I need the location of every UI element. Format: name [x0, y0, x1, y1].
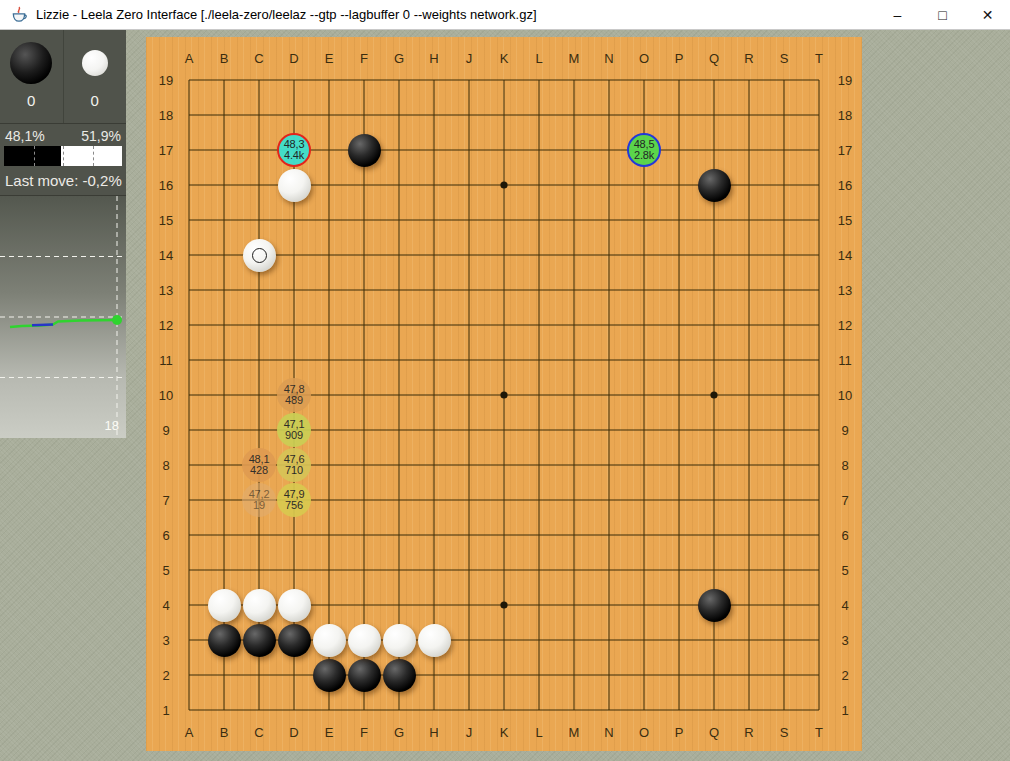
- candidate-move-D17[interactable]: 48,34.4k: [277, 133, 311, 167]
- titlebar: Lizzie - Leela Zero Interface [./leela-z…: [0, 0, 1010, 30]
- col-label-top-K: K: [500, 51, 509, 66]
- winrate-graph[interactable]: 18: [0, 196, 126, 438]
- minimize-button[interactable]: –: [875, 0, 920, 30]
- col-label-bottom-J: J: [466, 725, 473, 740]
- stone-black-Q16: [698, 169, 731, 202]
- winrate-panel: 48,1% 51,9% Last move: -0,2%: [0, 124, 126, 196]
- col-label-top-F: F: [360, 51, 368, 66]
- col-label-top-A: A: [185, 51, 194, 66]
- row-label-left-16: 16: [159, 178, 173, 193]
- capture-panel: 0 0: [0, 30, 126, 124]
- stone-white-C14: [243, 239, 276, 272]
- row-label-left-9: 9: [162, 423, 169, 438]
- row-label-right-19: 19: [838, 73, 852, 88]
- row-label-left-5: 5: [162, 563, 169, 578]
- col-label-top-E: E: [325, 51, 334, 66]
- row-label-left-12: 12: [159, 318, 173, 333]
- candidate-move-C8[interactable]: 48,1428: [242, 448, 276, 482]
- col-label-top-D: D: [289, 51, 298, 66]
- stone-white-C4: [243, 589, 276, 622]
- star-point-K10: [500, 391, 507, 398]
- row-label-left-2: 2: [162, 668, 169, 683]
- col-label-bottom-T: T: [815, 725, 823, 740]
- col-label-top-S: S: [780, 51, 789, 66]
- col-label-bottom-B: B: [220, 725, 229, 740]
- go-board[interactable]: AABBCCDDEEFFGGHHJJKKLLMMNNOOPPQQRRSSTT19…: [146, 37, 862, 751]
- row-label-left-3: 3: [162, 633, 169, 648]
- row-label-left-10: 10: [159, 388, 173, 403]
- col-label-bottom-M: M: [569, 725, 580, 740]
- stone-black-G2: [383, 659, 416, 692]
- stone-black-C3: [243, 624, 276, 657]
- candidate-visits: 710: [285, 465, 303, 477]
- java-icon: [10, 6, 28, 24]
- variation-curve: [32, 325, 53, 326]
- candidate-move-D9[interactable]: 47,1909: [277, 413, 311, 447]
- row-label-right-13: 13: [838, 283, 852, 298]
- col-label-top-T: T: [815, 51, 823, 66]
- window-title: Lizzie - Leela Zero Interface [./leela-z…: [36, 7, 537, 22]
- candidate-visits: 2.8k: [634, 150, 654, 162]
- col-label-bottom-H: H: [429, 725, 438, 740]
- col-label-bottom-C: C: [254, 725, 263, 740]
- row-label-right-16: 16: [838, 178, 852, 193]
- stone-white-G3: [383, 624, 416, 657]
- winrate-bar-black-fill: [4, 146, 61, 166]
- row-label-right-8: 8: [841, 458, 848, 473]
- candidate-visits: 19: [253, 500, 265, 512]
- col-label-bottom-N: N: [604, 725, 613, 740]
- col-label-bottom-K: K: [500, 725, 509, 740]
- col-label-top-G: G: [394, 51, 404, 66]
- candidate-visits: 428: [250, 465, 268, 477]
- col-label-top-R: R: [744, 51, 753, 66]
- maximize-button[interactable]: □: [920, 0, 965, 30]
- col-label-top-M: M: [569, 51, 580, 66]
- col-label-bottom-P: P: [675, 725, 684, 740]
- col-label-top-L: L: [535, 51, 542, 66]
- row-label-left-17: 17: [159, 143, 173, 158]
- col-label-top-C: C: [254, 51, 263, 66]
- stone-black-F2: [348, 659, 381, 692]
- row-label-left-7: 7: [162, 493, 169, 508]
- col-label-top-J: J: [466, 51, 473, 66]
- analysis-sidebar: 0 0 48,1% 51,9% Last move: -0,2%: [0, 30, 126, 438]
- candidate-move-D8[interactable]: 47,6710: [277, 448, 311, 482]
- col-label-bottom-L: L: [535, 725, 542, 740]
- star-point-K4: [500, 601, 507, 608]
- row-label-left-1: 1: [162, 703, 169, 718]
- winrate-tick-50: [63, 146, 64, 166]
- black-capture-box: 0: [0, 30, 64, 123]
- stone-black-E2: [313, 659, 346, 692]
- col-label-bottom-Q: Q: [709, 725, 719, 740]
- row-label-right-3: 3: [841, 633, 848, 648]
- row-label-right-9: 9: [841, 423, 848, 438]
- stone-black-D3: [278, 624, 311, 657]
- candidate-visits: 489: [285, 395, 303, 407]
- white-capture-count: 0: [64, 92, 127, 109]
- winrate-tick-25: [34, 146, 35, 166]
- close-button[interactable]: ✕: [965, 0, 1010, 30]
- candidate-move-D10[interactable]: 47,8489: [277, 378, 311, 412]
- row-label-left-15: 15: [159, 213, 173, 228]
- window-controls: – □ ✕: [875, 0, 1010, 30]
- col-label-top-B: B: [220, 51, 229, 66]
- col-label-bottom-E: E: [325, 725, 334, 740]
- row-label-right-11: 11: [838, 353, 852, 368]
- row-label-left-6: 6: [162, 528, 169, 543]
- candidate-move-C7[interactable]: 47,219: [242, 483, 276, 517]
- winrate-curve: [10, 320, 117, 327]
- row-label-right-12: 12: [838, 318, 852, 333]
- stone-black-Q4: [698, 589, 731, 622]
- row-label-right-14: 14: [838, 248, 852, 263]
- row-label-left-14: 14: [159, 248, 173, 263]
- white-stone-icon: [82, 50, 108, 76]
- white-winrate-label: 51,9%: [81, 128, 121, 144]
- row-label-right-4: 4: [841, 598, 848, 613]
- row-label-left-18: 18: [159, 108, 173, 123]
- col-label-bottom-S: S: [780, 725, 789, 740]
- stone-white-E3: [313, 624, 346, 657]
- stone-black-B3: [208, 624, 241, 657]
- row-label-right-7: 7: [841, 493, 848, 508]
- col-label-bottom-O: O: [639, 725, 649, 740]
- stone-white-B4: [208, 589, 241, 622]
- black-winrate-label: 48,1%: [5, 128, 45, 144]
- winrate-graph-canvas: [0, 196, 126, 438]
- winrate-bar: [4, 146, 122, 166]
- black-stone-icon: [10, 42, 52, 84]
- move-number-label: 18: [105, 418, 119, 433]
- white-capture-box: 0: [64, 30, 127, 123]
- star-point-K16: [500, 181, 507, 188]
- col-label-bottom-G: G: [394, 725, 404, 740]
- row-label-right-15: 15: [838, 213, 852, 228]
- candidate-move-D7[interactable]: 47,9756: [277, 483, 311, 517]
- col-label-bottom-D: D: [289, 725, 298, 740]
- current-move-dot: [112, 315, 122, 325]
- row-label-left-11: 11: [159, 353, 173, 368]
- col-label-bottom-A: A: [185, 725, 194, 740]
- col-label-top-N: N: [604, 51, 613, 66]
- row-label-right-5: 5: [841, 563, 848, 578]
- row-label-right-18: 18: [838, 108, 852, 123]
- row-label-right-17: 17: [838, 143, 852, 158]
- col-label-top-H: H: [429, 51, 438, 66]
- row-label-left-13: 13: [159, 283, 173, 298]
- col-label-bottom-F: F: [360, 725, 368, 740]
- candidate-visits: 756: [285, 500, 303, 512]
- last-move-delta: Last move: -0,2%: [0, 166, 126, 189]
- candidate-visits: 4.4k: [284, 150, 304, 162]
- candidate-visits: 909: [285, 430, 303, 442]
- row-label-left-19: 19: [159, 73, 173, 88]
- row-label-right-10: 10: [838, 388, 852, 403]
- col-label-top-Q: Q: [709, 51, 719, 66]
- row-label-right-6: 6: [841, 528, 848, 543]
- candidate-move-O17[interactable]: 48,52.8k: [627, 133, 661, 167]
- col-label-bottom-R: R: [744, 725, 753, 740]
- row-label-right-2: 2: [841, 668, 848, 683]
- row-label-left-8: 8: [162, 458, 169, 473]
- star-point-Q10: [710, 391, 717, 398]
- winrate-tick-75: [93, 146, 94, 166]
- stone-white-D4: [278, 589, 311, 622]
- last-move-marker: [252, 248, 267, 263]
- lizzie-window: Lizzie - Leela Zero Interface [./leela-z…: [0, 0, 1010, 761]
- stone-white-D16: [278, 169, 311, 202]
- black-capture-count: 0: [0, 92, 63, 109]
- stone-white-F3: [348, 624, 381, 657]
- row-label-left-4: 4: [162, 598, 169, 613]
- row-label-right-1: 1: [841, 703, 848, 718]
- stone-white-H3: [418, 624, 451, 657]
- col-label-top-O: O: [639, 51, 649, 66]
- stone-black-F17: [348, 134, 381, 167]
- col-label-top-P: P: [675, 51, 684, 66]
